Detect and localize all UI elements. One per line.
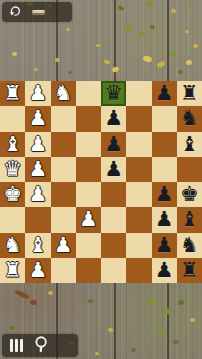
board-square[interactable] [51, 157, 76, 182]
board-square[interactable] [126, 182, 151, 207]
piece-black-king: ♚ [180, 184, 199, 205]
leaf [66, 28, 70, 31]
board-square[interactable] [76, 81, 101, 106]
piece-black-rook: ♜ [180, 260, 199, 281]
leaf [178, 70, 183, 74]
piece-black-bishop: ♝ [180, 209, 199, 230]
board-square[interactable] [0, 106, 25, 131]
leaf [142, 55, 153, 64]
zoom-button[interactable] [33, 335, 50, 357]
leaf [117, 5, 124, 11]
leaf [108, 327, 114, 332]
board-square[interactable]: ♟ [25, 81, 50, 106]
board-square[interactable]: ♝ [177, 207, 202, 232]
leaf [156, 60, 165, 68]
zoom-icon [33, 335, 50, 357]
piece-white-rook: ♜ [3, 83, 22, 104]
board-square[interactable] [51, 182, 76, 207]
undo-icon [8, 3, 23, 22]
piece-black-pawn: ♟ [155, 209, 174, 230]
leaf [193, 44, 198, 48]
piece-black-knight: ♞ [180, 235, 199, 256]
leaf [158, 329, 166, 335]
piece-black-pawn: ♟ [155, 260, 174, 281]
leaf [68, 71, 72, 74]
piece-black-bishop: ♝ [180, 134, 199, 155]
board-square[interactable] [126, 258, 151, 283]
board-square[interactable]: ♝ [25, 233, 50, 258]
board-square[interactable] [101, 233, 126, 258]
board-square[interactable] [126, 132, 151, 157]
board-square[interactable] [177, 157, 202, 182]
leaf [55, 58, 61, 63]
piece-black-knight: ♞ [180, 108, 199, 129]
top-toolbar [2, 2, 72, 22]
board-square[interactable]: ♚ [177, 182, 202, 207]
board-square[interactable]: ♛ [0, 157, 25, 182]
board-square[interactable]: ♟ [152, 207, 177, 232]
leaf [111, 66, 119, 73]
piece-black-pawn: ♟ [104, 134, 123, 155]
bottom-toolbar [2, 334, 78, 357]
board-square[interactable] [51, 207, 76, 232]
board-square[interactable] [126, 81, 151, 106]
board-square[interactable]: ♞ [177, 233, 202, 258]
board-square[interactable]: ♟ [25, 132, 50, 157]
board-square[interactable]: ♜ [0, 258, 25, 283]
board-square[interactable] [76, 157, 101, 182]
board-square[interactable] [152, 132, 177, 157]
leaf [95, 352, 99, 355]
piece-black-pawn: ♟ [104, 159, 123, 180]
piece-black-queen: ♛ [104, 83, 123, 104]
leaf [96, 44, 101, 47]
piece-white-pawn: ♟ [54, 235, 73, 256]
leaf [10, 326, 15, 330]
board-square[interactable]: ♟ [152, 81, 177, 106]
leaf [12, 52, 17, 56]
board-square[interactable] [126, 233, 151, 258]
board-square[interactable]: ♟ [25, 182, 50, 207]
piece-white-queen: ♛ [3, 159, 22, 180]
board-square[interactable]: ♟ [101, 157, 126, 182]
leaf [88, 299, 93, 303]
leaf [171, 9, 177, 14]
board-square[interactable] [76, 106, 101, 131]
leaf [48, 291, 53, 295]
board-square[interactable] [51, 106, 76, 131]
piece-black-pawn: ♟ [104, 108, 123, 129]
board-square[interactable]: ♟ [152, 182, 177, 207]
piece-black-pawn: ♟ [155, 83, 174, 104]
piece-white-pawn: ♟ [79, 209, 98, 230]
board-square[interactable]: ♟ [25, 157, 50, 182]
board-square[interactable] [51, 132, 76, 157]
board-square[interactable] [76, 132, 101, 157]
piece-white-bishop: ♝ [28, 235, 47, 256]
board-square[interactable] [152, 157, 177, 182]
undo-button[interactable] [8, 3, 23, 22]
board-square[interactable] [76, 182, 101, 207]
leaf [190, 318, 195, 322]
leaf [14, 289, 31, 300]
leaf [145, 0, 153, 7]
leaf [131, 348, 136, 352]
piece-white-pawn: ♟ [28, 159, 47, 180]
leaf [185, 30, 189, 33]
board-square[interactable]: ♞ [0, 233, 25, 258]
board-square[interactable]: ♟ [76, 207, 101, 232]
leaf [103, 59, 110, 65]
leaf [137, 31, 145, 38]
leaf [186, 60, 192, 65]
board-square[interactable] [101, 182, 126, 207]
piece-white-knight: ♞ [54, 83, 73, 104]
board-square[interactable]: ♝ [177, 132, 202, 157]
board-square[interactable]: ♞ [177, 106, 202, 131]
piece-white-pawn: ♟ [28, 134, 47, 155]
board-square[interactable] [101, 258, 126, 283]
board-square[interactable] [25, 207, 50, 232]
piece-white-pawn: ♟ [28, 184, 47, 205]
board-square[interactable] [152, 106, 177, 131]
board-square[interactable] [76, 258, 101, 283]
bar-indicator-button[interactable] [32, 10, 45, 15]
piece-white-king: ♚ [3, 184, 22, 205]
board-square[interactable] [126, 106, 151, 131]
piece-white-rook: ♜ [3, 260, 22, 281]
board-square[interactable]: ♟ [101, 132, 126, 157]
leaf [177, 299, 184, 305]
leaf [188, 3, 192, 7]
chess-board[interactable]: ♜♟♞♛♟♜♟♟♞♝♟♟♝♛♟♟♚♟♟♚♟♟♝♞♝♟♟♞♜♟♟♜ [0, 81, 202, 283]
board-square[interactable] [126, 157, 151, 182]
board-square[interactable] [101, 207, 126, 232]
board-square[interactable]: ♝ [0, 132, 25, 157]
board-square[interactable]: ♟ [152, 258, 177, 283]
leaf [149, 24, 155, 30]
board-square[interactable]: ♞ [51, 81, 76, 106]
piece-black-rook: ♜ [180, 83, 199, 104]
board-square[interactable]: ♛ [101, 81, 126, 106]
board-square[interactable]: ♚ [0, 182, 25, 207]
board-square[interactable]: ♟ [152, 233, 177, 258]
board-square[interactable]: ♜ [177, 258, 202, 283]
piece-white-pawn: ♟ [28, 108, 47, 129]
leaf [172, 339, 179, 345]
leaf [170, 52, 177, 57]
board-square[interactable] [51, 258, 76, 283]
chess-app-screen: ♜♟♞♛♟♜♟♟♞♝♟♟♝♛♟♟♚♟♟♚♟♟♝♞♝♟♟♞♜♟♟♜ [0, 0, 202, 359]
leaf [30, 299, 38, 305]
horizontal-bar-icon [32, 10, 45, 15]
piece-black-pawn: ♟ [155, 235, 174, 256]
piece-white-knight: ♞ [3, 235, 22, 256]
board-square[interactable]: ♟ [51, 233, 76, 258]
board-square[interactable]: ♜ [0, 81, 25, 106]
board-square[interactable]: ♜ [177, 81, 202, 106]
board-square[interactable]: ♟ [101, 106, 126, 131]
pause-button[interactable] [10, 339, 23, 352]
piece-black-pawn: ♟ [155, 184, 174, 205]
piece-white-pawn: ♟ [28, 83, 47, 104]
leaf [34, 67, 39, 71]
board-square[interactable]: ♟ [25, 106, 50, 131]
board-square[interactable] [0, 207, 25, 232]
leaf [123, 25, 132, 32]
pause-icon [10, 339, 23, 352]
piece-white-bishop: ♝ [3, 134, 22, 155]
piece-white-pawn: ♟ [28, 260, 47, 281]
board-square[interactable]: ♟ [25, 258, 50, 283]
leaf [161, 307, 172, 316]
board-square[interactable] [126, 207, 151, 232]
board-square[interactable] [76, 233, 101, 258]
leaf [148, 298, 156, 304]
